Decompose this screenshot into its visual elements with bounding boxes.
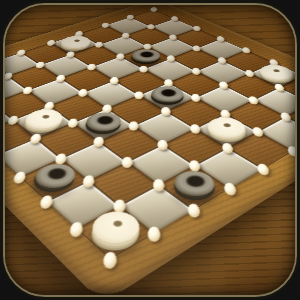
board-3d-tilt bbox=[5, 9, 295, 259]
corner-ball bbox=[134, 91, 143, 99]
corner-ball bbox=[127, 15, 134, 20]
corner-ball bbox=[171, 16, 179, 21]
corner-ball bbox=[161, 107, 171, 116]
corner-ball bbox=[153, 179, 165, 191]
corner-ball bbox=[150, 7, 157, 12]
corner-ball bbox=[110, 77, 119, 84]
corner-ball bbox=[193, 26, 201, 31]
corner-ball bbox=[157, 139, 168, 149]
corner-ball bbox=[122, 156, 133, 167]
corner-ball bbox=[169, 34, 177, 40]
icon-frame bbox=[3, 3, 297, 297]
table-background bbox=[5, 5, 295, 295]
corner-ball bbox=[147, 24, 154, 29]
corner-ball bbox=[167, 55, 176, 61]
app-icon bbox=[0, 0, 300, 300]
corner-ball bbox=[139, 66, 147, 73]
corner-ball bbox=[103, 251, 117, 268]
corner-ball bbox=[116, 53, 124, 59]
corner-ball bbox=[192, 45, 201, 51]
corner-ball bbox=[122, 33, 130, 38]
corner-ball bbox=[129, 121, 139, 130]
